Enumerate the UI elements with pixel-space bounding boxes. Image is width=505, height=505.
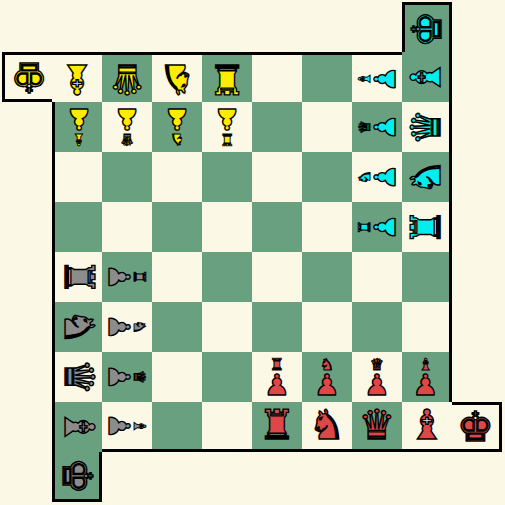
square-8-7[interactable]: ♝♟ xyxy=(402,352,452,402)
square-7-0 xyxy=(352,2,402,52)
cyan-bishop[interactable]: ♝ xyxy=(404,55,448,99)
pawn-body: ♟ xyxy=(114,107,140,133)
pawn-body: ♟ xyxy=(372,114,398,140)
square-7-9 xyxy=(352,452,402,502)
gray-king[interactable]: ♚ xyxy=(55,454,99,498)
square-7-8[interactable]: ♛ xyxy=(352,402,402,452)
square-7-3[interactable]: ♞♟ xyxy=(352,152,402,202)
square-7-6[interactable] xyxy=(352,302,402,352)
cyan-pawn-knight[interactable]: ♞♟ xyxy=(355,155,399,199)
square-5-8[interactable]: ♜ xyxy=(252,402,302,452)
gray-bishop[interactable]: ♝ xyxy=(57,405,101,449)
square-1-6[interactable]: ♞ xyxy=(52,302,102,352)
square-8-5[interactable] xyxy=(402,252,452,302)
square-3-3[interactable] xyxy=(152,152,202,202)
square-3-6[interactable] xyxy=(152,302,202,352)
square-5-2[interactable] xyxy=(252,102,302,152)
red-bishop[interactable]: ♝ xyxy=(405,404,449,448)
square-2-6[interactable]: ♞♟ xyxy=(102,302,152,352)
square-9-0 xyxy=(452,2,502,52)
square-9-4 xyxy=(452,202,502,252)
square-9-6 xyxy=(452,302,502,352)
square-8-1[interactable]: ♝ xyxy=(402,52,452,102)
square-7-7[interactable]: ♛♟ xyxy=(352,352,402,402)
square-4-9 xyxy=(202,452,252,502)
square-0-8 xyxy=(2,402,52,452)
gray-pawn-knight[interactable]: ♞♟ xyxy=(105,305,149,349)
square-4-0 xyxy=(202,2,252,52)
square-3-9 xyxy=(152,452,202,502)
square-1-1[interactable]: ♝ xyxy=(52,52,102,102)
square-2-4[interactable] xyxy=(102,202,152,252)
square-6-6[interactable] xyxy=(302,302,352,352)
square-4-6[interactable] xyxy=(202,302,252,352)
square-8-0[interactable]: ♚ xyxy=(402,2,452,52)
pawn-body: ♟ xyxy=(214,107,240,133)
square-7-1[interactable]: ♝♟ xyxy=(352,52,402,102)
yellow-king[interactable]: ♚ xyxy=(7,55,51,99)
pawn-body: ♟ xyxy=(66,107,92,133)
square-1-0 xyxy=(52,2,102,52)
square-9-9 xyxy=(452,452,502,502)
cyan-queen[interactable]: ♛ xyxy=(404,105,448,149)
yellow-rook[interactable]: ♜ xyxy=(205,57,249,101)
square-7-4[interactable]: ♜♟ xyxy=(352,202,402,252)
square-2-0 xyxy=(102,2,152,52)
pawn-body: ♟ xyxy=(107,364,133,390)
square-6-8[interactable]: ♞ xyxy=(302,402,352,452)
square-4-8[interactable] xyxy=(202,402,252,452)
square-8-2[interactable]: ♛ xyxy=(402,102,452,152)
square-2-5[interactable]: ♜♟ xyxy=(102,252,152,302)
cyan-rook[interactable]: ♜ xyxy=(404,205,448,249)
cyan-knight[interactable]: ♞ xyxy=(404,155,448,199)
square-0-0 xyxy=(2,2,52,52)
gray-knight[interactable]: ♞ xyxy=(57,305,101,349)
square-5-9 xyxy=(252,452,302,502)
square-1-4[interactable] xyxy=(52,202,102,252)
pawn-body: ♟ xyxy=(314,372,340,398)
square-1-5[interactable]: ♜ xyxy=(52,252,102,302)
red-king[interactable]: ♚ xyxy=(454,405,498,449)
square-5-4[interactable] xyxy=(252,202,302,252)
square-5-3[interactable] xyxy=(252,152,302,202)
square-0-9 xyxy=(2,452,52,502)
square-0-6 xyxy=(2,302,52,352)
pawn-body: ♟ xyxy=(364,372,390,398)
square-2-7[interactable]: ♛♟ xyxy=(102,352,152,402)
square-0-4 xyxy=(2,202,52,252)
square-8-3[interactable]: ♞ xyxy=(402,152,452,202)
game-canvas: ♚♚♝♛♞♜♝♟♝♝♟♛♟♞♟♜♟♛♟♛♞♟♞♜♟♜♜♜♟♞♞♟♛♛♟♜♟♞♟♛… xyxy=(0,0,505,505)
pawn-body: ♟ xyxy=(413,372,439,398)
yellow-pawn-queen[interactable]: ♛♟ xyxy=(105,105,149,149)
square-6-5[interactable] xyxy=(302,252,352,302)
red-pawn-rook[interactable]: ♜♟ xyxy=(255,355,299,399)
square-8-4[interactable]: ♜ xyxy=(402,202,452,252)
square-9-3 xyxy=(452,152,502,202)
pawn-body: ♟ xyxy=(264,372,290,398)
square-9-7 xyxy=(452,352,502,402)
yellow-pawn-bishop[interactable]: ♝♟ xyxy=(57,105,101,149)
square-9-2 xyxy=(452,102,502,152)
square-6-4[interactable] xyxy=(302,202,352,252)
pawn-body: ♟ xyxy=(372,164,398,190)
square-3-5[interactable] xyxy=(152,252,202,302)
red-queen[interactable]: ♛ xyxy=(355,404,399,448)
square-9-1 xyxy=(452,52,502,102)
pawn-body: ♟ xyxy=(107,264,133,290)
square-0-5 xyxy=(2,252,52,302)
square-0-3 xyxy=(2,152,52,202)
square-6-9 xyxy=(302,452,352,502)
square-0-1[interactable]: ♚ xyxy=(2,52,52,102)
square-3-8[interactable] xyxy=(152,402,202,452)
red-pawn-knight[interactable]: ♞♟ xyxy=(305,355,349,399)
square-3-1[interactable]: ♞ xyxy=(152,52,202,102)
square-2-1[interactable]: ♛ xyxy=(102,52,152,102)
square-7-5[interactable] xyxy=(352,252,402,302)
yellow-bishop[interactable]: ♝ xyxy=(55,57,99,101)
pawn-body: ♟ xyxy=(107,314,133,340)
square-5-0 xyxy=(252,2,302,52)
square-2-2[interactable]: ♛♟ xyxy=(102,102,152,152)
square-1-2[interactable]: ♝♟ xyxy=(52,102,102,152)
square-8-9 xyxy=(402,452,452,502)
square-5-5[interactable] xyxy=(252,252,302,302)
gray-pawn-rook[interactable]: ♜♟ xyxy=(105,255,149,299)
cyan-pawn-rook[interactable]: ♜♟ xyxy=(355,205,399,249)
square-6-7[interactable]: ♞♟ xyxy=(302,352,352,402)
yellow-pawn-rook[interactable]: ♜♟ xyxy=(205,105,249,149)
square-3-4[interactable] xyxy=(152,202,202,252)
cyan-pawn-queen[interactable]: ♛♟ xyxy=(355,105,399,149)
red-rook[interactable]: ♜ xyxy=(255,404,299,448)
pawn-body: ♟ xyxy=(164,107,190,133)
square-4-7[interactable] xyxy=(202,352,252,402)
square-2-3[interactable] xyxy=(102,152,152,202)
square-1-7[interactable]: ♛ xyxy=(52,352,102,402)
square-3-2[interactable]: ♞♟ xyxy=(152,102,202,152)
square-2-9 xyxy=(102,452,152,502)
square-6-2[interactable] xyxy=(302,102,352,152)
gray-queen[interactable]: ♛ xyxy=(57,355,101,399)
square-4-2[interactable]: ♜♟ xyxy=(202,102,252,152)
board: ♚♚♝♛♞♜♝♟♝♝♟♛♟♞♟♜♟♛♟♛♞♟♞♜♟♜♜♜♟♞♞♟♛♛♟♜♟♞♟♛… xyxy=(2,2,502,502)
pawn-body: ♟ xyxy=(372,214,398,240)
square-6-0 xyxy=(302,2,352,52)
gray-rook[interactable]: ♜ xyxy=(57,255,101,299)
square-3-7[interactable] xyxy=(152,352,202,402)
square-7-2[interactable]: ♛♟ xyxy=(352,102,402,152)
square-5-1[interactable] xyxy=(252,52,302,102)
square-1-8[interactable]: ♝ xyxy=(52,402,102,452)
yellow-knight[interactable]: ♞ xyxy=(155,57,199,101)
square-1-9[interactable]: ♚ xyxy=(52,452,102,502)
square-8-8[interactable]: ♝ xyxy=(402,402,452,452)
gray-pawn-queen[interactable]: ♛♟ xyxy=(105,355,149,399)
cyan-king[interactable]: ♚ xyxy=(405,7,449,51)
yellow-queen[interactable]: ♛ xyxy=(105,57,149,101)
pawn-body: ♟ xyxy=(107,413,133,439)
square-6-3[interactable] xyxy=(302,152,352,202)
square-2-8[interactable]: ♝♟ xyxy=(102,402,152,452)
red-knight[interactable]: ♞ xyxy=(305,404,349,448)
square-0-2 xyxy=(2,102,52,152)
square-5-7[interactable]: ♜♟ xyxy=(252,352,302,402)
square-4-4[interactable] xyxy=(202,202,252,252)
pawn-body: ♟ xyxy=(372,66,398,92)
red-pawn-queen[interactable]: ♛♟ xyxy=(355,355,399,399)
square-4-1[interactable]: ♜ xyxy=(202,52,252,102)
square-4-3[interactable] xyxy=(202,152,252,202)
cyan-pawn-bishop[interactable]: ♝♟ xyxy=(355,57,399,101)
square-8-6[interactable] xyxy=(402,302,452,352)
square-4-5[interactable] xyxy=(202,252,252,302)
square-9-5 xyxy=(452,252,502,302)
square-5-6[interactable] xyxy=(252,302,302,352)
gray-pawn-bishop[interactable]: ♝♟ xyxy=(105,404,149,448)
square-9-8[interactable]: ♚ xyxy=(452,402,502,452)
square-1-3[interactable] xyxy=(52,152,102,202)
square-6-1[interactable] xyxy=(302,52,352,102)
square-3-0 xyxy=(152,2,202,52)
square-0-7 xyxy=(2,352,52,402)
red-pawn-bishop[interactable]: ♝♟ xyxy=(404,355,448,399)
yellow-pawn-knight[interactable]: ♞♟ xyxy=(155,105,199,149)
